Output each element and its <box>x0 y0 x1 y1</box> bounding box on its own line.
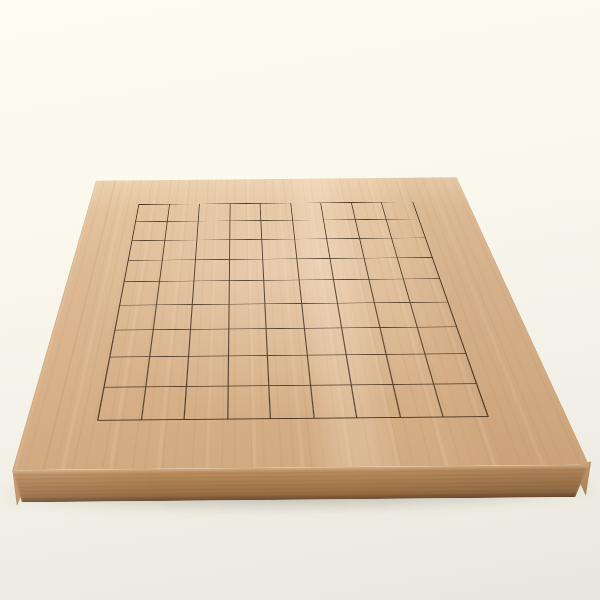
board-cell[interactable] <box>199 204 231 222</box>
board-cell[interactable] <box>167 204 200 222</box>
board-3d-box <box>12 177 589 470</box>
board-cell[interactable] <box>189 329 229 357</box>
board-cell[interactable] <box>229 304 267 329</box>
board-cell[interactable] <box>115 305 156 330</box>
board-cell[interactable] <box>338 303 380 328</box>
board-cell[interactable] <box>228 386 271 419</box>
board-cell[interactable] <box>165 222 199 241</box>
board-cell[interactable] <box>291 203 324 221</box>
board-cell[interactable] <box>268 356 311 386</box>
board-cell[interactable] <box>132 222 167 241</box>
board-cell[interactable] <box>382 202 418 220</box>
board-cell[interactable] <box>331 258 370 280</box>
board-cell[interactable] <box>308 355 353 385</box>
board-cell[interactable] <box>185 386 229 419</box>
board-top-face <box>12 177 589 470</box>
shogi-board <box>0 0 600 600</box>
board-cell[interactable] <box>392 238 431 258</box>
board-cell[interactable] <box>435 384 488 417</box>
board-cell[interactable] <box>229 281 265 304</box>
board-cell[interactable] <box>302 303 343 328</box>
board-cell[interactable] <box>98 387 145 420</box>
board-cell[interactable] <box>229 259 264 281</box>
board-cell[interactable] <box>380 328 426 356</box>
board-cell[interactable] <box>228 356 269 386</box>
board-perspective-wrapper <box>62 66 510 514</box>
board-cell[interactable] <box>229 329 269 357</box>
board-cell[interactable] <box>297 259 334 281</box>
board-cell[interactable] <box>110 330 153 358</box>
board-cell[interactable] <box>347 355 393 385</box>
board-cell[interactable] <box>311 385 358 418</box>
board-cell[interactable] <box>194 260 229 282</box>
board-cell[interactable] <box>160 260 197 282</box>
board-cell[interactable] <box>387 219 425 238</box>
board-cell[interactable] <box>343 328 387 356</box>
board-cell[interactable] <box>352 202 387 220</box>
board-cell[interactable] <box>299 280 338 303</box>
board-cell[interactable] <box>321 203 355 221</box>
board-cell[interactable] <box>150 330 191 358</box>
board-cell[interactable] <box>262 239 297 259</box>
board-cell[interactable] <box>293 220 328 239</box>
board-cell[interactable] <box>230 239 264 259</box>
board-front-face <box>12 465 589 503</box>
board-cell[interactable] <box>393 384 444 417</box>
board-cell[interactable] <box>197 221 230 240</box>
board-cell[interactable] <box>146 357 189 387</box>
board-cell[interactable] <box>230 221 263 240</box>
board-cell[interactable] <box>262 221 295 240</box>
board-cell[interactable] <box>411 302 456 327</box>
board-cell[interactable] <box>295 239 331 259</box>
board-cell[interactable] <box>261 203 293 221</box>
board-cell[interactable] <box>375 303 419 328</box>
board-cell[interactable] <box>404 279 447 302</box>
board-cell[interactable] <box>156 281 194 304</box>
board-cell[interactable] <box>187 357 229 387</box>
board-cell[interactable] <box>267 329 308 357</box>
board-cell[interactable] <box>136 204 170 222</box>
board-cell[interactable] <box>266 304 305 329</box>
board-cell[interactable] <box>334 280 374 303</box>
board-cell[interactable] <box>426 354 476 384</box>
board-cell[interactable] <box>327 239 364 259</box>
board-cell[interactable] <box>196 240 230 260</box>
board-cell[interactable] <box>264 280 302 303</box>
product-photo-scene <box>0 0 600 600</box>
board-cell[interactable] <box>352 385 401 418</box>
board-cell[interactable] <box>162 240 197 260</box>
board-cell[interactable] <box>125 260 163 282</box>
board-cell[interactable] <box>230 204 261 222</box>
board-cell[interactable] <box>324 220 360 239</box>
board-cell[interactable] <box>120 282 159 306</box>
board-cell[interactable] <box>142 387 188 420</box>
board-cell[interactable] <box>105 357 150 387</box>
board-cell[interactable] <box>418 327 465 354</box>
board-cell[interactable] <box>193 281 230 304</box>
board-cell[interactable] <box>387 355 435 385</box>
board-cell[interactable] <box>191 304 229 329</box>
board-cell[interactable] <box>270 385 315 418</box>
board-cell[interactable] <box>398 258 439 280</box>
board-cell[interactable] <box>153 305 193 330</box>
board-cell[interactable] <box>263 259 299 281</box>
board-cell[interactable] <box>305 328 347 356</box>
board-cell[interactable] <box>129 240 165 260</box>
